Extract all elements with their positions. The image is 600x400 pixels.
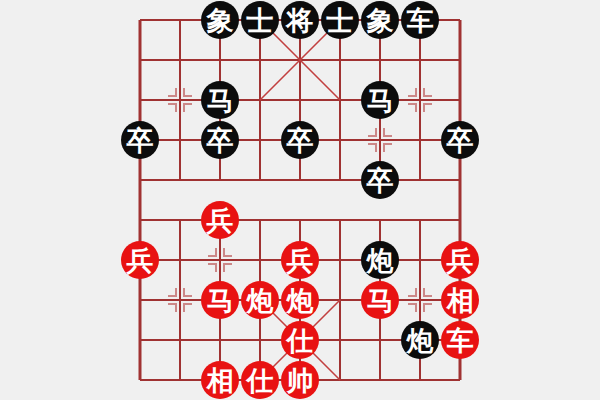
piece-red-soldier[interactable]: 兵 [441,241,479,279]
piece-black-horse[interactable]: 马 [361,81,399,119]
piece-black-horse[interactable]: 马 [201,81,239,119]
piece-red-elephant[interactable]: 相 [201,361,239,399]
pieces-layer: 象士将士象车马马卒卒卒卒卒兵兵兵炮兵马炮炮马相仕炮车相仕帅 [0,0,600,400]
piece-black-soldier[interactable]: 卒 [121,121,159,159]
piece-black-soldier[interactable]: 卒 [281,121,319,159]
piece-red-soldier[interactable]: 兵 [121,241,159,279]
piece-red-soldier[interactable]: 兵 [201,201,239,239]
piece-black-soldier[interactable]: 卒 [361,161,399,199]
piece-red-elephant[interactable]: 相 [441,281,479,319]
piece-red-horse[interactable]: 马 [201,281,239,319]
piece-black-general[interactable]: 将 [281,1,319,39]
piece-red-chariot[interactable]: 车 [441,321,479,359]
piece-black-advisor[interactable]: 士 [321,1,359,39]
piece-red-horse[interactable]: 马 [361,281,399,319]
xiangqi-board: 象士将士象车马马卒卒卒卒卒兵兵兵炮兵马炮炮马相仕炮车相仕帅 [0,0,600,400]
piece-black-elephant[interactable]: 象 [201,1,239,39]
piece-black-chariot[interactable]: 车 [401,1,439,39]
piece-red-cannon[interactable]: 炮 [281,281,319,319]
piece-red-soldier[interactable]: 兵 [281,241,319,279]
piece-black-advisor[interactable]: 士 [241,1,279,39]
piece-black-elephant[interactable]: 象 [361,1,399,39]
piece-red-general[interactable]: 帅 [281,361,319,399]
piece-black-cannon[interactable]: 炮 [401,321,439,359]
piece-black-cannon[interactable]: 炮 [361,241,399,279]
piece-black-soldier[interactable]: 卒 [441,121,479,159]
piece-black-soldier[interactable]: 卒 [201,121,239,159]
piece-red-advisor[interactable]: 仕 [241,361,279,399]
piece-red-cannon[interactable]: 炮 [241,281,279,319]
piece-red-advisor[interactable]: 仕 [281,321,319,359]
